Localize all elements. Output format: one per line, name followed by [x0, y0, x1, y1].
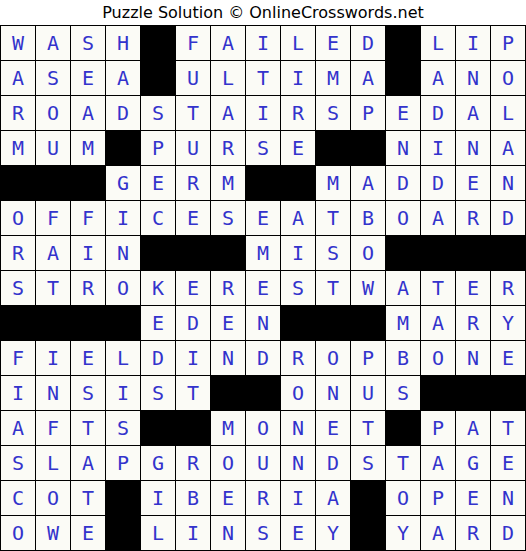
letter-cell-r7c9: I — [281, 236, 315, 270]
letter-cell-r4c5: P — [141, 131, 175, 165]
letter-cell-r9c13: A — [421, 306, 455, 340]
letter-cell-r15c13: A — [421, 516, 455, 550]
letter-cell-r5c12: D — [386, 166, 420, 200]
block-cell-r11c8 — [246, 376, 280, 410]
letter-cell-r10c10: O — [316, 341, 350, 375]
letter-cell-r15c1: O — [1, 516, 35, 550]
letter-cell-r14c7: E — [211, 481, 245, 515]
letter-cell-r1c8: I — [246, 26, 280, 60]
letter-cell-r11c3: S — [71, 376, 105, 410]
letter-cell-r12c2: F — [36, 411, 70, 445]
letter-cell-r15c2: W — [36, 516, 70, 550]
block-cell-r9c1 — [1, 306, 35, 340]
letter-cell-r8c15: R — [491, 271, 525, 305]
letter-cell-r8c3: R — [71, 271, 105, 305]
letter-cell-r14c15: N — [491, 481, 525, 515]
letter-cell-r12c11: T — [351, 411, 385, 445]
letter-cell-r1c3: S — [71, 26, 105, 60]
letter-cell-r14c14: E — [456, 481, 490, 515]
letter-cell-r13c12: T — [386, 446, 420, 480]
block-cell-r7c13 — [421, 236, 455, 270]
letter-cell-r4c15: A — [491, 131, 525, 165]
block-cell-r12c12 — [386, 411, 420, 445]
letter-cell-r3c14: A — [456, 96, 490, 130]
letter-cell-r15c6: I — [176, 516, 210, 550]
letter-cell-r2c13: A — [421, 61, 455, 95]
block-cell-r9c3 — [71, 306, 105, 340]
letter-cell-r13c14: G — [456, 446, 490, 480]
letter-cell-r3c15: L — [491, 96, 525, 130]
block-cell-r9c11 — [351, 306, 385, 340]
letter-cell-r5c4: G — [106, 166, 140, 200]
letter-cell-r3c7: A — [211, 96, 245, 130]
letter-cell-r2c15: O — [491, 61, 525, 95]
letter-cell-r1c7: A — [211, 26, 245, 60]
block-cell-r5c1 — [1, 166, 35, 200]
letter-cell-r8c6: E — [176, 271, 210, 305]
letter-cell-r5c14: E — [456, 166, 490, 200]
crossword-grid: WASHFAILEDLIPASEAULTIMAANOROADSTAIRSPEDA… — [0, 25, 526, 551]
block-cell-r7c15 — [491, 236, 525, 270]
letter-cell-r4c14: N — [456, 131, 490, 165]
letter-cell-r1c15: P — [491, 26, 525, 60]
letter-cell-r4c13: I — [421, 131, 455, 165]
letter-cell-r6c4: I — [106, 201, 140, 235]
letter-cell-r10c7: N — [211, 341, 245, 375]
letter-cell-r15c14: R — [456, 516, 490, 550]
letter-cell-r15c3: E — [71, 516, 105, 550]
letter-cell-r3c1: R — [1, 96, 35, 130]
letter-cell-r9c8: N — [246, 306, 280, 340]
letter-cell-r13c15: E — [491, 446, 525, 480]
letter-cell-r7c4: N — [106, 236, 140, 270]
letter-cell-r9c14: R — [456, 306, 490, 340]
letter-cell-r10c11: P — [351, 341, 385, 375]
letter-cell-r9c12: M — [386, 306, 420, 340]
letter-cell-r15c15: D — [491, 516, 525, 550]
block-cell-r11c15 — [491, 376, 525, 410]
letter-cell-r7c2: A — [36, 236, 70, 270]
letter-cell-r13c13: A — [421, 446, 455, 480]
letter-cell-r8c9: S — [281, 271, 315, 305]
letter-cell-r2c11: A — [351, 61, 385, 95]
letter-cell-r10c8: D — [246, 341, 280, 375]
letter-cell-r3c5: S — [141, 96, 175, 130]
letter-cell-r6c8: E — [246, 201, 280, 235]
letter-cell-r6c9: A — [281, 201, 315, 235]
letter-cell-r3c12: E — [386, 96, 420, 130]
letter-cell-r2c10: M — [316, 61, 350, 95]
letter-cell-r15c5: L — [141, 516, 175, 550]
letter-cell-r14c8: R — [246, 481, 280, 515]
letter-cell-r3c9: R — [281, 96, 315, 130]
letter-cell-r3c13: D — [421, 96, 455, 130]
letter-cell-r5c13: D — [421, 166, 455, 200]
block-cell-r7c6 — [176, 236, 210, 270]
block-cell-r11c14 — [456, 376, 490, 410]
letter-cell-r10c9: R — [281, 341, 315, 375]
letter-cell-r2c1: A — [1, 61, 35, 95]
letter-cell-r12c1: A — [1, 411, 35, 445]
block-cell-r11c7 — [211, 376, 245, 410]
letter-cell-r8c8: E — [246, 271, 280, 305]
block-cell-r9c2 — [36, 306, 70, 340]
letter-cell-r11c12: S — [386, 376, 420, 410]
letter-cell-r7c10: S — [316, 236, 350, 270]
letter-cell-r5c7: M — [211, 166, 245, 200]
letter-cell-r8c14: E — [456, 271, 490, 305]
letter-cell-r10c12: B — [386, 341, 420, 375]
letter-cell-r6c2: F — [36, 201, 70, 235]
block-cell-r7c7 — [211, 236, 245, 270]
letter-cell-r6c12: O — [386, 201, 420, 235]
letter-cell-r5c5: E — [141, 166, 175, 200]
letter-cell-r6c14: R — [456, 201, 490, 235]
letter-cell-r10c13: O — [421, 341, 455, 375]
letter-cell-r6c10: T — [316, 201, 350, 235]
letter-cell-r3c4: D — [106, 96, 140, 130]
letter-cell-r14c13: P — [421, 481, 455, 515]
letter-cell-r14c3: T — [71, 481, 105, 515]
block-cell-r2c12 — [386, 61, 420, 95]
letter-cell-r13c3: A — [71, 446, 105, 480]
letter-cell-r11c11: U — [351, 376, 385, 410]
letter-cell-r5c10: M — [316, 166, 350, 200]
letter-cell-r13c5: G — [141, 446, 175, 480]
letter-cell-r6c13: A — [421, 201, 455, 235]
letter-cell-r2c9: I — [281, 61, 315, 95]
letter-cell-r13c10: D — [316, 446, 350, 480]
block-cell-r9c10 — [316, 306, 350, 340]
letter-cell-r1c6: F — [176, 26, 210, 60]
letter-cell-r15c7: N — [211, 516, 245, 550]
letter-cell-r3c6: T — [176, 96, 210, 130]
letter-cell-r5c11: A — [351, 166, 385, 200]
letter-cell-r4c6: U — [176, 131, 210, 165]
block-cell-r7c14 — [456, 236, 490, 270]
letter-cell-r4c7: R — [211, 131, 245, 165]
letter-cell-r11c9: O — [281, 376, 315, 410]
letter-cell-r1c2: A — [36, 26, 70, 60]
letter-cell-r11c2: N — [36, 376, 70, 410]
letter-cell-r9c7: E — [211, 306, 245, 340]
block-cell-r15c4 — [106, 516, 140, 550]
letter-cell-r11c5: S — [141, 376, 175, 410]
letter-cell-r2c6: U — [176, 61, 210, 95]
letter-cell-r11c4: I — [106, 376, 140, 410]
letter-cell-r12c10: E — [316, 411, 350, 445]
letter-cell-r13c4: P — [106, 446, 140, 480]
letter-cell-r2c7: L — [211, 61, 245, 95]
letter-cell-r12c3: T — [71, 411, 105, 445]
block-cell-r4c4 — [106, 131, 140, 165]
letter-cell-r8c13: T — [421, 271, 455, 305]
letter-cell-r1c9: L — [281, 26, 315, 60]
letter-cell-r1c1: W — [1, 26, 35, 60]
letter-cell-r8c12: A — [386, 271, 420, 305]
letter-cell-r10c2: I — [36, 341, 70, 375]
letter-cell-r2c8: T — [246, 61, 280, 95]
letter-cell-r4c2: U — [36, 131, 70, 165]
letter-cell-r14c10: A — [316, 481, 350, 515]
block-cell-r14c4 — [106, 481, 140, 515]
letter-cell-r12c9: N — [281, 411, 315, 445]
letter-cell-r12c8: O — [246, 411, 280, 445]
letter-cell-r2c3: E — [71, 61, 105, 95]
letter-cell-r15c12: Y — [386, 516, 420, 550]
letter-cell-r10c1: F — [1, 341, 35, 375]
letter-cell-r12c4: S — [106, 411, 140, 445]
letter-cell-r10c6: I — [176, 341, 210, 375]
block-cell-r7c12 — [386, 236, 420, 270]
letter-cell-r8c4: O — [106, 271, 140, 305]
letter-cell-r8c5: K — [141, 271, 175, 305]
letter-cell-r14c2: O — [36, 481, 70, 515]
letter-cell-r11c6: T — [176, 376, 210, 410]
letter-cell-r14c5: I — [141, 481, 175, 515]
letter-cell-r15c8: S — [246, 516, 280, 550]
letter-cell-r9c6: D — [176, 306, 210, 340]
block-cell-r4c10 — [316, 131, 350, 165]
block-cell-r7c5 — [141, 236, 175, 270]
letter-cell-r6c5: C — [141, 201, 175, 235]
block-cell-r1c12 — [386, 26, 420, 60]
letter-cell-r13c7: O — [211, 446, 245, 480]
letter-cell-r14c9: I — [281, 481, 315, 515]
letter-cell-r7c3: I — [71, 236, 105, 270]
letter-cell-r6c3: F — [71, 201, 105, 235]
block-cell-r5c8 — [246, 166, 280, 200]
letter-cell-r9c15: Y — [491, 306, 525, 340]
letter-cell-r3c3: A — [71, 96, 105, 130]
letter-cell-r10c4: L — [106, 341, 140, 375]
letter-cell-r2c4: A — [106, 61, 140, 95]
letter-cell-r1c10: E — [316, 26, 350, 60]
letter-cell-r13c11: S — [351, 446, 385, 480]
letter-cell-r5c6: R — [176, 166, 210, 200]
letter-cell-r1c14: I — [456, 26, 490, 60]
letter-cell-r10c15: E — [491, 341, 525, 375]
letter-cell-r6c11: B — [351, 201, 385, 235]
letter-cell-r12c13: P — [421, 411, 455, 445]
letter-cell-r6c6: E — [176, 201, 210, 235]
letter-cell-r2c2: S — [36, 61, 70, 95]
letter-cell-r11c10: N — [316, 376, 350, 410]
letter-cell-r10c3: E — [71, 341, 105, 375]
letter-cell-r7c1: R — [1, 236, 35, 270]
letter-cell-r13c2: L — [36, 446, 70, 480]
block-cell-r9c4 — [106, 306, 140, 340]
letter-cell-r4c3: M — [71, 131, 105, 165]
letter-cell-r8c1: S — [1, 271, 35, 305]
puzzle-solution-page: Puzzle Solution © OnlineCrosswords.net W… — [0, 0, 526, 551]
letter-cell-r13c1: S — [1, 446, 35, 480]
block-cell-r5c2 — [36, 166, 70, 200]
letter-cell-r3c2: O — [36, 96, 70, 130]
block-cell-r12c6 — [176, 411, 210, 445]
letter-cell-r6c1: O — [1, 201, 35, 235]
letter-cell-r7c8: M — [246, 236, 280, 270]
letter-cell-r2c14: N — [456, 61, 490, 95]
letter-cell-r5c15: N — [491, 166, 525, 200]
block-cell-r4c11 — [351, 131, 385, 165]
letter-cell-r15c9: E — [281, 516, 315, 550]
block-cell-r9c9 — [281, 306, 315, 340]
letter-cell-r4c9: E — [281, 131, 315, 165]
letter-cell-r7c11: O — [351, 236, 385, 270]
letter-cell-r1c4: H — [106, 26, 140, 60]
letter-cell-r12c7: M — [211, 411, 245, 445]
letter-cell-r4c12: N — [386, 131, 420, 165]
letter-cell-r10c14: N — [456, 341, 490, 375]
letter-cell-r8c10: T — [316, 271, 350, 305]
letter-cell-r3c10: S — [316, 96, 350, 130]
block-cell-r15c11 — [351, 516, 385, 550]
block-cell-r14c11 — [351, 481, 385, 515]
letter-cell-r3c8: I — [246, 96, 280, 130]
letter-cell-r14c1: C — [1, 481, 35, 515]
block-cell-r12c5 — [141, 411, 175, 445]
page-title: Puzzle Solution © OnlineCrosswords.net — [0, 0, 526, 25]
letter-cell-r6c15: D — [491, 201, 525, 235]
letter-cell-r13c9: N — [281, 446, 315, 480]
letter-cell-r14c12: O — [386, 481, 420, 515]
letter-cell-r1c11: D — [351, 26, 385, 60]
block-cell-r5c9 — [281, 166, 315, 200]
letter-cell-r8c11: W — [351, 271, 385, 305]
letter-cell-r1c13: L — [421, 26, 455, 60]
letter-cell-r10c5: D — [141, 341, 175, 375]
letter-cell-r6c7: S — [211, 201, 245, 235]
block-cell-r5c3 — [71, 166, 105, 200]
block-cell-r2c5 — [141, 61, 175, 95]
letter-cell-r8c7: R — [211, 271, 245, 305]
letter-cell-r14c6: B — [176, 481, 210, 515]
letter-cell-r8c2: T — [36, 271, 70, 305]
letter-cell-r13c8: U — [246, 446, 280, 480]
letter-cell-r4c8: S — [246, 131, 280, 165]
letter-cell-r12c14: A — [456, 411, 490, 445]
letter-cell-r13c6: R — [176, 446, 210, 480]
letter-cell-r15c10: Y — [316, 516, 350, 550]
letter-cell-r11c1: I — [1, 376, 35, 410]
letter-cell-r3c11: P — [351, 96, 385, 130]
letter-cell-r12c15: T — [491, 411, 525, 445]
letter-cell-r4c1: M — [1, 131, 35, 165]
letter-cell-r9c5: E — [141, 306, 175, 340]
block-cell-r1c5 — [141, 26, 175, 60]
block-cell-r11c13 — [421, 376, 455, 410]
